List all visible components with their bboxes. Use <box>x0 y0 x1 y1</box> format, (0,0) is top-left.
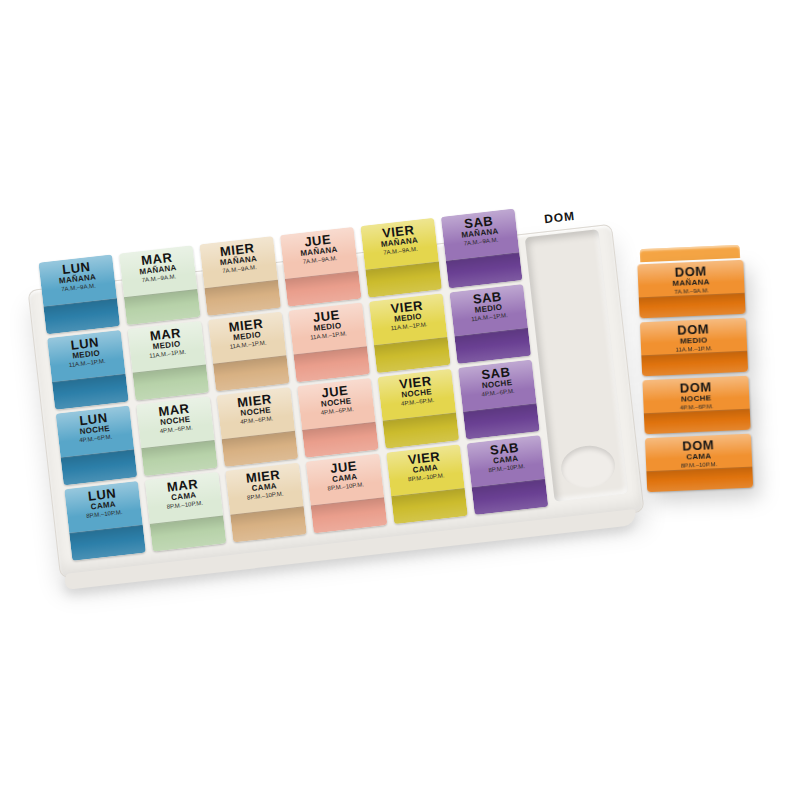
compartment-sab-cama: SAB CAMA 8P.M.–10P.M. <box>467 435 549 515</box>
compartment-front <box>646 467 753 493</box>
pill-organizer-tray-group: LUN MAÑANA 7A.M.–9A.M. LUN MEDIO 11A.M.–… <box>27 224 644 579</box>
compartment-mar-manana: MAR MAÑANA 7A.M.–9A.M. <box>119 245 201 325</box>
compartment-mier-medio: MIER MEDIO 11A.M.–1P.M. <box>208 312 290 392</box>
compartment-vier-cama: VIER CAMA 8P.M.–10P.M. <box>386 444 468 524</box>
compartment-sab-medio: SAB MEDIO 11A.M.–1P.M. <box>449 284 531 364</box>
compartment-front <box>639 293 746 319</box>
compartment-front <box>641 351 748 377</box>
compartment-lun-noche: LUN NOCHE 4P.M.–6P.M. <box>56 405 138 485</box>
compartment-vier-manana: VIER MAÑANA 7A.M.–9A.M. <box>360 218 442 298</box>
compartment-dom-noche: DOM NOCHE 4P.M.–6P.M. <box>642 376 750 435</box>
pill-column-dom-removed: DOM MAÑANA 7A.M.–9A.M. DOM MEDIO 11A.M.–… <box>637 245 754 495</box>
compartment-dom-cama: DOM CAMA 8P.M.–10P.M. <box>645 434 753 493</box>
compartment-mar-cama: MAR CAMA 8P.M.–10P.M. <box>145 472 227 552</box>
compartment-lun-cama: LUN CAMA 8P.M.–10P.M. <box>64 481 146 561</box>
compartment-lun-medio: LUN MEDIO 11A.M.–1P.M. <box>47 330 129 410</box>
compartment-lid: DOM NOCHE 4P.M.–6P.M. <box>642 376 749 414</box>
compartment-mar-noche: MAR NOCHE 4P.M.–6P.M. <box>136 396 218 476</box>
compartment-dom-manana: DOM MAÑANA 7A.M.–9A.M. <box>637 260 745 319</box>
compartment-vier-medio: VIER MEDIO 11A.M.–1P.M. <box>369 293 451 373</box>
compartment-dom-medio: DOM MEDIO 11A.M.–1P.M. <box>640 318 748 377</box>
tray-slot-dom-label: DOM <box>543 209 575 226</box>
compartment-lid: DOM MEDIO 11A.M.–1P.M. <box>640 318 747 356</box>
compartment-mier-cama: MIER CAMA 8P.M.–10P.M. <box>225 463 307 543</box>
compartment-front <box>644 409 751 435</box>
compartment-jue-cama: JUE CAMA 8P.M.–10P.M. <box>306 453 388 533</box>
compartment-jue-noche: JUE NOCHE 4P.M.–6P.M. <box>297 378 379 458</box>
compartment-lid: DOM MAÑANA 7A.M.–9A.M. <box>637 260 744 298</box>
compartment-lun-manana: LUN MAÑANA 7A.M.–9A.M. <box>38 254 120 334</box>
compartment-lid: DOM CAMA 8P.M.–10P.M. <box>645 434 752 472</box>
tray-columns: LUN MAÑANA 7A.M.–9A.M. LUN MEDIO 11A.M.–… <box>38 199 628 560</box>
compartment-sab-noche: SAB NOCHE 4P.M.–6P.M. <box>458 360 540 440</box>
compartment-mar-medio: MAR MEDIO 11A.M.–1P.M. <box>128 321 210 401</box>
compartment-vier-noche: VIER NOCHE 4P.M.–6P.M. <box>378 369 460 449</box>
compartment-mier-noche: MIER NOCHE 4P.M.–6P.M. <box>217 387 299 467</box>
compartment-jue-manana: JUE MAÑANA 7A.M.–9A.M. <box>280 227 362 307</box>
product-photo: LUN MAÑANA 7A.M.–9A.M. LUN MEDIO 11A.M.–… <box>0 0 800 800</box>
tray-slot-thumb-hole <box>559 443 617 491</box>
compartment-mier-manana: MIER MAÑANA 7A.M.–9A.M. <box>199 236 281 316</box>
compartment-jue-medio: JUE MEDIO 11A.M.–1P.M. <box>288 302 370 382</box>
pill-column-dom: DOM MAÑANA 7A.M.–9A.M. DOM MEDIO 11A.M.–… <box>637 260 753 492</box>
compartment-sab-manana: SAB MAÑANA 7A.M.–9A.M. <box>441 209 523 289</box>
